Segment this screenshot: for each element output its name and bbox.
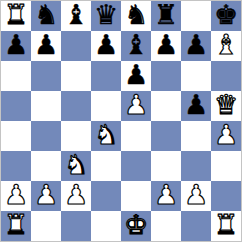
square-a1[interactable]: ♜ [1,211,31,241]
square-e6[interactable]: ♟ [121,61,151,91]
white-pawn[interactable]: ♟ [184,181,208,210]
square-g4[interactable] [181,121,211,151]
white-pawn[interactable]: ♟ [154,181,178,210]
square-e2[interactable] [121,181,151,211]
square-b6[interactable] [31,61,61,91]
square-b7[interactable]: ♟ [31,31,61,61]
white-pawn[interactable]: ♟ [64,181,88,210]
square-f4[interactable] [151,121,181,151]
square-c7[interactable] [61,31,91,61]
square-g5[interactable]: ♟ [181,91,211,121]
square-d5[interactable] [91,91,121,121]
square-d2[interactable] [91,181,121,211]
square-c3[interactable]: ♞ [61,151,91,181]
square-f5[interactable] [151,91,181,121]
black-pawn[interactable]: ♟ [184,91,208,120]
square-d3[interactable] [91,151,121,181]
square-g7[interactable]: ♟ [181,31,211,61]
square-e8[interactable]: ♞ [121,1,151,31]
square-c4[interactable] [61,121,91,151]
chess-board: ♜♞♝♛♞♜♚♟♟♟♝♟♟♝♟♟♟♛♞♟♞♟♟♟♟♟♜♚♜ [1,1,241,241]
black-bishop[interactable]: ♝ [124,31,148,60]
white-rook[interactable]: ♜ [4,1,28,30]
square-e7[interactable]: ♝ [121,31,151,61]
square-g2[interactable]: ♟ [181,181,211,211]
square-b2[interactable]: ♟ [31,181,61,211]
square-b4[interactable] [31,121,61,151]
square-h1[interactable]: ♜ [211,211,241,241]
square-b3[interactable] [31,151,61,181]
white-knight[interactable]: ♞ [94,121,118,150]
square-e1[interactable]: ♚ [121,211,151,241]
black-knight[interactable]: ♞ [34,1,58,30]
square-d7[interactable]: ♟ [91,31,121,61]
black-rook[interactable]: ♜ [154,1,178,30]
white-rook[interactable]: ♜ [4,211,28,240]
square-b5[interactable] [31,91,61,121]
square-a6[interactable] [1,61,31,91]
square-f2[interactable]: ♟ [151,181,181,211]
white-queen[interactable]: ♛ [214,91,238,120]
square-a2[interactable]: ♟ [1,181,31,211]
square-f1[interactable] [151,211,181,241]
black-pawn[interactable]: ♟ [124,61,148,90]
black-pawn[interactable]: ♟ [94,31,118,60]
white-knight[interactable]: ♞ [64,151,88,180]
square-h2[interactable] [211,181,241,211]
square-a8[interactable]: ♜ [1,1,31,31]
square-g8[interactable] [181,1,211,31]
square-f8[interactable]: ♜ [151,1,181,31]
square-b8[interactable]: ♞ [31,1,61,31]
square-h5[interactable]: ♛ [211,91,241,121]
black-pawn[interactable]: ♟ [154,31,178,60]
square-c2[interactable]: ♟ [61,181,91,211]
square-d4[interactable]: ♞ [91,121,121,151]
square-c6[interactable] [61,61,91,91]
square-h6[interactable] [211,61,241,91]
white-pawn[interactable]: ♟ [214,121,238,150]
square-f3[interactable] [151,151,181,181]
square-a7[interactable]: ♟ [1,31,31,61]
square-a4[interactable] [1,121,31,151]
square-c1[interactable] [61,211,91,241]
square-g3[interactable] [181,151,211,181]
square-d8[interactable]: ♛ [91,1,121,31]
black-queen[interactable]: ♛ [94,1,118,30]
white-bishop[interactable]: ♝ [214,31,238,60]
square-g6[interactable] [181,61,211,91]
square-e4[interactable] [121,121,151,151]
black-bishop[interactable]: ♝ [64,1,88,30]
square-a5[interactable] [1,91,31,121]
square-h3[interactable] [211,151,241,181]
square-c8[interactable]: ♝ [61,1,91,31]
square-g1[interactable] [181,211,211,241]
white-rook[interactable]: ♜ [214,211,238,240]
square-a3[interactable] [1,151,31,181]
black-pawn[interactable]: ♟ [34,31,58,60]
white-pawn[interactable]: ♟ [124,91,148,120]
square-b1[interactable] [31,211,61,241]
square-e3[interactable] [121,151,151,181]
square-h8[interactable]: ♚ [211,1,241,31]
square-f6[interactable] [151,61,181,91]
square-e5[interactable]: ♟ [121,91,151,121]
black-knight[interactable]: ♞ [124,1,148,30]
chess-board-frame: ♜♞♝♛♞♜♚♟♟♟♝♟♟♝♟♟♟♛♞♟♞♟♟♟♟♟♜♚♜ [0,0,242,242]
square-d1[interactable] [91,211,121,241]
black-king[interactable]: ♚ [214,1,238,30]
square-f7[interactable]: ♟ [151,31,181,61]
black-pawn[interactable]: ♟ [184,31,208,60]
square-d6[interactable] [91,61,121,91]
square-c5[interactable] [61,91,91,121]
square-h4[interactable]: ♟ [211,121,241,151]
white-king[interactable]: ♚ [124,211,148,240]
white-pawn[interactable]: ♟ [4,181,28,210]
square-h7[interactable]: ♝ [211,31,241,61]
white-pawn[interactable]: ♟ [34,181,58,210]
black-pawn[interactable]: ♟ [4,31,28,60]
